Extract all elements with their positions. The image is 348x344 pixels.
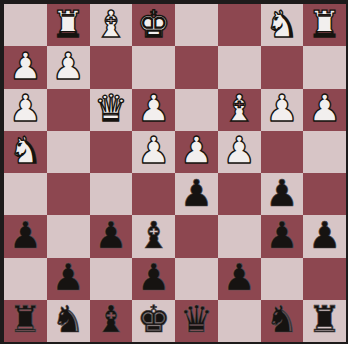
square-c8[interactable]: ♝ — [90, 4, 133, 46]
square-e1[interactable]: ♛ — [175, 300, 218, 342]
square-d5[interactable]: ♟ — [132, 131, 175, 173]
square-g4[interactable]: ♟ — [261, 173, 304, 215]
square-f8[interactable] — [218, 4, 261, 46]
square-d8[interactable]: ♚ — [132, 4, 175, 46]
black-rook[interactable]: ♜ — [9, 301, 42, 338]
white-rook[interactable]: ♜ — [52, 6, 85, 43]
black-pawn[interactable]: ♟ — [180, 175, 213, 212]
black-pawn[interactable]: ♟ — [308, 217, 341, 254]
square-h4[interactable] — [303, 173, 346, 215]
square-b3[interactable] — [47, 215, 90, 257]
black-knight[interactable]: ♞ — [52, 301, 85, 338]
square-b7[interactable]: ♟ — [47, 46, 90, 88]
white-queen[interactable]: ♛ — [94, 90, 127, 127]
square-d6[interactable]: ♟ — [132, 89, 175, 131]
square-h3[interactable]: ♟ — [303, 215, 346, 257]
square-a8[interactable] — [4, 4, 47, 46]
square-c4[interactable] — [90, 173, 133, 215]
square-d1[interactable]: ♚ — [132, 300, 175, 342]
white-pawn[interactable]: ♟ — [9, 90, 42, 127]
black-rook[interactable]: ♜ — [308, 301, 341, 338]
square-g8[interactable]: ♞ — [261, 4, 304, 46]
square-d2[interactable]: ♟ — [132, 258, 175, 300]
square-c1[interactable]: ♝ — [90, 300, 133, 342]
square-f2[interactable]: ♟ — [218, 258, 261, 300]
black-pawn[interactable]: ♟ — [137, 259, 170, 296]
black-pawn[interactable]: ♟ — [52, 259, 85, 296]
square-f6[interactable]: ♝ — [218, 89, 261, 131]
square-e8[interactable] — [175, 4, 218, 46]
white-pawn[interactable]: ♟ — [137, 132, 170, 169]
square-b2[interactable]: ♟ — [47, 258, 90, 300]
black-pawn[interactable]: ♟ — [265, 217, 298, 254]
square-c3[interactable]: ♟ — [90, 215, 133, 257]
square-g5[interactable] — [261, 131, 304, 173]
square-d7[interactable] — [132, 46, 175, 88]
white-pawn[interactable]: ♟ — [180, 132, 213, 169]
black-pawn[interactable]: ♟ — [265, 175, 298, 212]
white-pawn[interactable]: ♟ — [137, 90, 170, 127]
white-bishop[interactable]: ♝ — [94, 6, 127, 43]
square-g6[interactable]: ♟ — [261, 89, 304, 131]
square-e4[interactable]: ♟ — [175, 173, 218, 215]
square-b6[interactable] — [47, 89, 90, 131]
black-bishop[interactable]: ♝ — [94, 301, 127, 338]
square-e3[interactable] — [175, 215, 218, 257]
white-pawn[interactable]: ♟ — [52, 48, 85, 85]
square-c7[interactable] — [90, 46, 133, 88]
square-e5[interactable]: ♟ — [175, 131, 218, 173]
square-h6[interactable]: ♟ — [303, 89, 346, 131]
square-a7[interactable]: ♟ — [4, 46, 47, 88]
white-bishop[interactable]: ♝ — [223, 90, 256, 127]
square-a2[interactable] — [4, 258, 47, 300]
white-rook[interactable]: ♜ — [308, 6, 341, 43]
black-king[interactable]: ♚ — [137, 301, 170, 338]
black-bishop[interactable]: ♝ — [137, 217, 170, 254]
square-a4[interactable] — [4, 173, 47, 215]
square-c2[interactable] — [90, 258, 133, 300]
chess-board: ♜♝♚♞♜♟♟♟♛♟♝♟♟♞♟♟♟♟♟♟♟♝♟♟♟♟♟♜♞♝♚♛♞♜ — [4, 4, 346, 342]
square-e6[interactable] — [175, 89, 218, 131]
white-knight[interactable]: ♞ — [265, 6, 298, 43]
square-f4[interactable] — [218, 173, 261, 215]
square-e2[interactable] — [175, 258, 218, 300]
square-h5[interactable] — [303, 131, 346, 173]
white-knight[interactable]: ♞ — [9, 132, 42, 169]
black-queen[interactable]: ♛ — [180, 301, 213, 338]
square-h1[interactable]: ♜ — [303, 300, 346, 342]
square-d3[interactable]: ♝ — [132, 215, 175, 257]
white-pawn[interactable]: ♟ — [9, 48, 42, 85]
square-b8[interactable]: ♜ — [47, 4, 90, 46]
black-pawn[interactable]: ♟ — [94, 217, 127, 254]
square-d4[interactable] — [132, 173, 175, 215]
chess-app-window: ♜♝♚♞♜♟♟♟♛♟♝♟♟♞♟♟♟♟♟♟♟♝♟♟♟♟♟♜♞♝♚♛♞♜ — [0, 0, 348, 344]
black-pawn[interactable]: ♟ — [223, 259, 256, 296]
square-g7[interactable] — [261, 46, 304, 88]
square-f7[interactable] — [218, 46, 261, 88]
square-b5[interactable] — [47, 131, 90, 173]
white-pawn[interactable]: ♟ — [308, 90, 341, 127]
square-a1[interactable]: ♜ — [4, 300, 47, 342]
square-b1[interactable]: ♞ — [47, 300, 90, 342]
square-c6[interactable]: ♛ — [90, 89, 133, 131]
white-pawn[interactable]: ♟ — [223, 132, 256, 169]
square-a5[interactable]: ♞ — [4, 131, 47, 173]
square-c5[interactable] — [90, 131, 133, 173]
square-f5[interactable]: ♟ — [218, 131, 261, 173]
square-h7[interactable] — [303, 46, 346, 88]
square-f3[interactable] — [218, 215, 261, 257]
black-knight[interactable]: ♞ — [265, 301, 298, 338]
white-pawn[interactable]: ♟ — [265, 90, 298, 127]
square-f1[interactable] — [218, 300, 261, 342]
square-g3[interactable]: ♟ — [261, 215, 304, 257]
square-h8[interactable]: ♜ — [303, 4, 346, 46]
white-king[interactable]: ♚ — [137, 6, 170, 43]
square-e7[interactable] — [175, 46, 218, 88]
square-a6[interactable]: ♟ — [4, 89, 47, 131]
square-b4[interactable] — [47, 173, 90, 215]
square-g1[interactable]: ♞ — [261, 300, 304, 342]
square-g2[interactable] — [261, 258, 304, 300]
black-pawn[interactable]: ♟ — [9, 217, 42, 254]
square-h2[interactable] — [303, 258, 346, 300]
square-a3[interactable]: ♟ — [4, 215, 47, 257]
